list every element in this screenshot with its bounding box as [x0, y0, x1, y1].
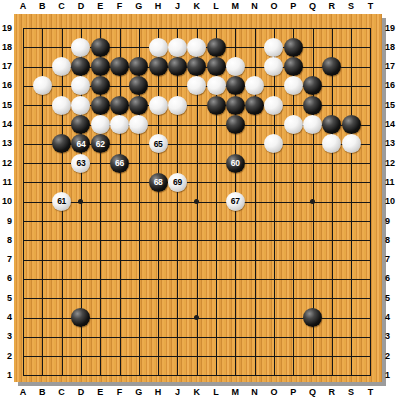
row-label-right: 5: [385, 293, 399, 304]
column-label-bottom: F: [112, 387, 128, 398]
column-label-top: J: [169, 1, 185, 12]
row-label-left: 2: [1, 351, 12, 362]
stone-white-S13[interactable]: [342, 134, 361, 153]
row-label-left: 14: [1, 119, 12, 130]
stone-black-P18[interactable]: [284, 38, 303, 57]
column-label-top: T: [362, 1, 378, 12]
row-label-right: 4: [385, 312, 399, 323]
row-label-right: 15: [385, 100, 399, 111]
row-label-left: 6: [1, 273, 12, 284]
stone-white-P16[interactable]: [284, 76, 303, 95]
stone-black-M12[interactable]: 60: [226, 154, 245, 173]
row-label-right: 13: [385, 138, 399, 149]
row-label-left: 4: [1, 312, 12, 323]
move-number: 69: [173, 178, 182, 187]
move-number: 65: [154, 140, 163, 149]
row-label-left: 17: [1, 61, 12, 72]
column-label-bottom: L: [208, 387, 224, 398]
stone-black-E17[interactable]: [91, 57, 110, 76]
stone-black-J17[interactable]: [168, 57, 187, 76]
row-label-left: 13: [1, 138, 12, 149]
column-label-bottom: T: [362, 387, 378, 398]
column-label-top: G: [131, 1, 147, 12]
move-number: 68: [154, 178, 163, 187]
row-label-left: 11: [1, 177, 12, 188]
row-label-right: 3: [385, 331, 399, 342]
stone-black-H11[interactable]: 68: [149, 173, 168, 192]
stone-black-N15[interactable]: [245, 96, 264, 115]
row-label-right: 7: [385, 254, 399, 265]
row-label-right: 8: [385, 235, 399, 246]
stone-white-Q14[interactable]: [303, 115, 322, 134]
stone-black-E16[interactable]: [91, 76, 110, 95]
stone-black-G15[interactable]: [129, 96, 148, 115]
stone-white-M10[interactable]: 67: [226, 192, 245, 211]
stone-white-O15[interactable]: [264, 96, 283, 115]
column-label-top: S: [343, 1, 359, 12]
column-label-top: F: [112, 1, 128, 12]
stone-white-M17[interactable]: [226, 57, 245, 76]
stone-black-M14[interactable]: [226, 115, 245, 134]
stone-black-L15[interactable]: [207, 96, 226, 115]
column-label-top: D: [73, 1, 89, 12]
go-game-area: AABBCCDDEEFFGGHHJJKKLLMMNNOOPPQQRRSSTT19…: [0, 0, 400, 400]
row-label-left: 3: [1, 331, 12, 342]
move-number: 67: [231, 197, 240, 206]
stone-black-F17[interactable]: [110, 57, 129, 76]
move-number: 62: [96, 140, 105, 149]
row-label-left: 16: [1, 80, 12, 91]
column-label-bottom: C: [54, 387, 70, 398]
column-label-top: N: [247, 1, 263, 12]
row-label-right: 17: [385, 61, 399, 72]
stone-white-P14[interactable]: [284, 115, 303, 134]
row-label-right: 1: [385, 370, 399, 381]
stone-black-S14[interactable]: [342, 115, 361, 134]
stone-black-M15[interactable]: [226, 96, 245, 115]
column-label-bottom: N: [247, 387, 263, 398]
stone-white-C15[interactable]: [52, 96, 71, 115]
column-label-bottom: J: [169, 387, 185, 398]
column-label-bottom: D: [73, 387, 89, 398]
column-label-bottom: M: [227, 387, 243, 398]
row-label-right: 19: [385, 23, 399, 34]
column-label-bottom: P: [285, 387, 301, 398]
column-label-top: Q: [305, 1, 321, 12]
column-label-top: K: [189, 1, 205, 12]
row-label-right: 18: [385, 42, 399, 53]
column-label-bottom: B: [34, 387, 50, 398]
row-label-right: 10: [385, 196, 399, 207]
row-label-left: 9: [1, 216, 12, 227]
stone-black-Q4[interactable]: [303, 308, 322, 327]
stone-white-K18[interactable]: [187, 38, 206, 57]
stone-black-L18[interactable]: [207, 38, 226, 57]
column-label-bottom: R: [324, 387, 340, 398]
column-label-top: O: [266, 1, 282, 12]
column-label-top: P: [285, 1, 301, 12]
row-label-right: 16: [385, 80, 399, 91]
column-label-bottom: Q: [305, 387, 321, 398]
row-label-right: 12: [385, 158, 399, 169]
stone-white-H18[interactable]: [149, 38, 168, 57]
row-label-left: 1: [1, 370, 12, 381]
stone-white-J11[interactable]: 69: [168, 173, 187, 192]
stone-white-H15[interactable]: [149, 96, 168, 115]
stone-black-L17[interactable]: [207, 57, 226, 76]
row-label-left: 10: [1, 196, 12, 207]
stone-black-E15[interactable]: [91, 96, 110, 115]
column-label-top: M: [227, 1, 243, 12]
column-label-bottom: S: [343, 387, 359, 398]
stone-black-F15[interactable]: [110, 96, 129, 115]
column-label-top: A: [15, 1, 31, 12]
stone-white-D12[interactable]: 63: [71, 154, 90, 173]
column-label-top: L: [208, 1, 224, 12]
stone-white-J15[interactable]: [168, 96, 187, 115]
move-number: 64: [76, 140, 85, 149]
stone-black-E18[interactable]: [91, 38, 110, 57]
column-label-top: E: [92, 1, 108, 12]
row-label-right: 14: [385, 119, 399, 130]
stone-white-E14[interactable]: [91, 115, 110, 134]
column-label-bottom: K: [189, 387, 205, 398]
column-label-top: R: [324, 1, 340, 12]
row-label-left: 8: [1, 235, 12, 246]
column-label-top: B: [34, 1, 50, 12]
stone-black-Q15[interactable]: [303, 96, 322, 115]
row-label-right: 2: [385, 351, 399, 362]
row-label-left: 7: [1, 254, 12, 265]
row-label-left: 19: [1, 23, 12, 34]
row-label-right: 11: [385, 177, 399, 188]
stone-black-F12[interactable]: 66: [110, 154, 129, 173]
row-label-left: 15: [1, 100, 12, 111]
column-label-bottom: G: [131, 387, 147, 398]
column-label-bottom: H: [150, 387, 166, 398]
column-label-bottom: A: [15, 387, 31, 398]
column-label-top: C: [54, 1, 70, 12]
stone-white-L16[interactable]: [207, 76, 226, 95]
row-label-right: 9: [385, 216, 399, 227]
stone-white-F14[interactable]: [110, 115, 129, 134]
move-number: 66: [115, 159, 124, 168]
move-number: 60: [231, 159, 240, 168]
stone-white-J18[interactable]: [168, 38, 187, 57]
stone-white-H13[interactable]: 65: [149, 134, 168, 153]
stone-white-D15[interactable]: [71, 96, 90, 115]
stone-black-P17[interactable]: [284, 57, 303, 76]
column-label-top: H: [150, 1, 166, 12]
move-number: 61: [57, 197, 66, 206]
move-number: 63: [76, 159, 85, 168]
stone-black-E13[interactable]: 62: [91, 134, 110, 153]
row-label-left: 12: [1, 158, 12, 169]
column-label-bottom: E: [92, 387, 108, 398]
row-label-left: 5: [1, 293, 12, 304]
stone-black-H17[interactable]: [149, 57, 168, 76]
row-label-left: 18: [1, 42, 12, 53]
row-label-right: 6: [385, 273, 399, 284]
column-label-bottom: O: [266, 387, 282, 398]
